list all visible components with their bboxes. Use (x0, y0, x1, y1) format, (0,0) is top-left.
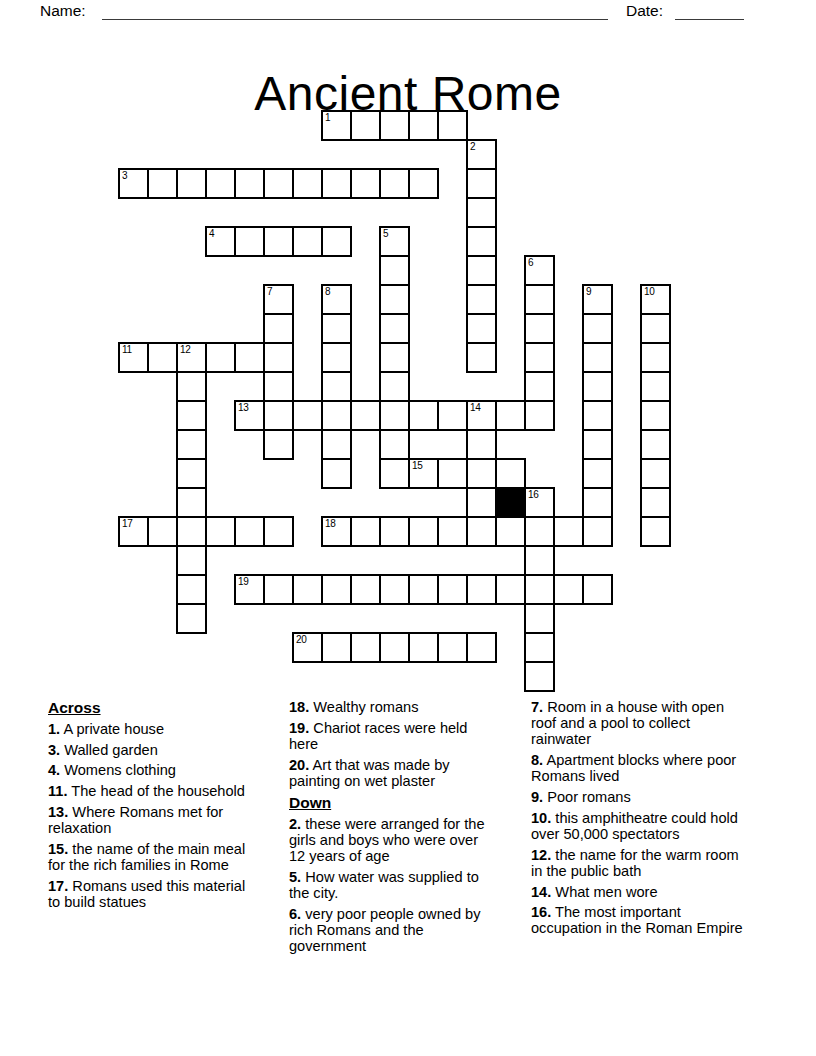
clue-down-2: 2. these were arranged for the girls and… (289, 816, 498, 865)
grid-cell-r16c12[interactable] (466, 574, 497, 605)
grid-cell-r2c6[interactable] (292, 168, 323, 199)
black-cell (495, 487, 526, 518)
grid-cell-r14c12[interactable] (466, 516, 497, 547)
date-label: Date: (626, 2, 663, 20)
clue-across-3: 3. Walled garden (48, 742, 259, 758)
grid-cell-r8c1[interactable] (147, 342, 178, 373)
grid-cell-r14c2[interactable] (176, 516, 207, 547)
grid-cell-r12c2[interactable] (176, 458, 207, 489)
grid-cell-r14c7[interactable]: 18 (321, 516, 352, 547)
cell-number-15: 15 (412, 460, 423, 471)
grid-cell-r8c14[interactable] (524, 342, 555, 373)
grid-cell-r10c10[interactable] (408, 400, 439, 431)
grid-cell-r18c11[interactable] (437, 632, 468, 663)
grid-cell-r12c18[interactable] (640, 458, 671, 489)
grid-cell-r10c9[interactable] (379, 400, 410, 431)
grid-cell-r16c11[interactable] (437, 574, 468, 605)
clue-down-12: 12. the name for the warm room in the pu… (531, 847, 749, 879)
grid-cell-r13c14[interactable]: 16 (524, 487, 555, 518)
clue-across-20: 20. Art that was made by painting on wet… (289, 757, 498, 789)
grid-cell-r14c5[interactable] (263, 516, 294, 547)
grid-cell-r16c9[interactable] (379, 574, 410, 605)
cell-number-18: 18 (325, 518, 336, 529)
grid-cell-r11c16[interactable] (582, 429, 613, 460)
crossword-worksheet: { "game": "crossword", "title": "Ancient… (0, 0, 816, 1056)
grid-cell-r2c2[interactable] (176, 168, 207, 199)
clue-number: 7. (531, 699, 543, 715)
grid-cell-r15c14[interactable] (524, 545, 555, 576)
clue-across-13: 13. Where Romans met for relaxation (48, 804, 259, 836)
clue-across-1: 1. A private house (48, 721, 259, 737)
grid-cell-r9c7[interactable] (321, 371, 352, 402)
grid-cell-r16c15[interactable] (553, 574, 584, 605)
grid-cell-r5c12[interactable] (466, 255, 497, 286)
grid-cell-r14c16[interactable] (582, 516, 613, 547)
clue-number: 4. (48, 762, 60, 778)
clue-across-15: 15. the name of the main meal for the ri… (48, 841, 259, 873)
grid-cell-r14c10[interactable] (408, 516, 439, 547)
grid-cell-r9c9[interactable] (379, 371, 410, 402)
grid-cell-r6c12[interactable] (466, 284, 497, 315)
grid-cell-r10c4[interactable]: 13 (234, 400, 265, 431)
clue-across-18: 18. Wealthy romans (289, 699, 498, 715)
cell-number-3: 3 (122, 170, 127, 181)
grid-cell-r6c18[interactable]: 10 (640, 284, 671, 315)
grid-cell-r12c10[interactable]: 15 (408, 458, 439, 489)
grid-cell-r19c14[interactable] (524, 661, 555, 692)
grid-cell-r10c16[interactable] (582, 400, 613, 431)
grid-cell-r2c0[interactable]: 3 (118, 168, 149, 199)
grid-cell-r14c1[interactable] (147, 516, 178, 547)
grid-cell-r2c4[interactable] (234, 168, 265, 199)
grid-cell-r14c14[interactable] (524, 516, 555, 547)
clue-number: 2. (289, 816, 301, 832)
grid-cell-r7c16[interactable] (582, 313, 613, 344)
name-label: Name: (40, 2, 86, 20)
grid-cell-r18c6[interactable]: 20 (292, 632, 323, 663)
grid-cell-r7c7[interactable] (321, 313, 352, 344)
grid-cell-r8c5[interactable] (263, 342, 294, 373)
grid-cell-r12c12[interactable] (466, 458, 497, 489)
cell-number-16: 16 (528, 489, 539, 500)
grid-cell-r18c7[interactable] (321, 632, 352, 663)
grid-cell-r5c14[interactable]: 6 (524, 255, 555, 286)
grid-cell-r0c7[interactable]: 1 (321, 110, 352, 141)
grid-cell-r7c9[interactable] (379, 313, 410, 344)
grid-cell-r2c7[interactable] (321, 168, 352, 199)
grid-cell-r10c8[interactable] (350, 400, 381, 431)
clue-number: 10. (531, 810, 551, 826)
grid-cell-r6c7[interactable]: 8 (321, 284, 352, 315)
grid-cell-r10c18[interactable] (640, 400, 671, 431)
clue-down-14: 14. What men wore (531, 884, 749, 900)
clue-number: 8. (531, 752, 543, 768)
grid-cell-r14c3[interactable] (205, 516, 236, 547)
grid-cell-r8c0[interactable]: 11 (118, 342, 149, 373)
grid-cell-r10c6[interactable] (292, 400, 323, 431)
grid-cell-r10c14[interactable] (524, 400, 555, 431)
grid-cell-r8c4[interactable] (234, 342, 265, 373)
grid-cell-r7c14[interactable] (524, 313, 555, 344)
cell-number-7: 7 (267, 286, 272, 297)
clue-number: 17. (48, 878, 68, 894)
clue-number: 14. (531, 884, 551, 900)
grid-cell-r16c5[interactable] (263, 574, 294, 605)
cell-number-2: 2 (470, 141, 475, 152)
grid-cell-r16c14[interactable] (524, 574, 555, 605)
grid-cell-r14c0[interactable]: 17 (118, 516, 149, 547)
grid-cell-r2c9[interactable] (379, 168, 410, 199)
cell-number-11: 11 (122, 344, 132, 355)
grid-cell-r12c7[interactable] (321, 458, 352, 489)
grid-cell-r9c14[interactable] (524, 371, 555, 402)
grid-cell-r4c7[interactable] (321, 226, 352, 257)
grid-cell-r16c10[interactable] (408, 574, 439, 605)
grid-cell-r0c9[interactable] (379, 110, 410, 141)
clue-column-across: Across1. A private house3. Walled garden… (48, 699, 259, 915)
clue-number: 6. (289, 906, 301, 922)
grid-cell-r16c4[interactable]: 19 (234, 574, 265, 605)
grid-cell-r8c9[interactable] (379, 342, 410, 373)
name-blank-line[interactable] (102, 2, 608, 20)
clue-number: 20. (289, 757, 309, 773)
grid-cell-r16c6[interactable] (292, 574, 323, 605)
crossword-grid: 1234567891011121314151617181920 (118, 110, 671, 692)
grid-cell-r5c9[interactable] (379, 255, 410, 286)
grid-cell-r12c9[interactable] (379, 458, 410, 489)
grid-cell-r8c7[interactable] (321, 342, 352, 373)
clue-down-5: 5. How water was supplied to the city. (289, 869, 498, 901)
clue-across-4: 4. Womens clothing (48, 762, 259, 778)
grid-cell-r14c13[interactable] (495, 516, 526, 547)
grid-cell-r2c12[interactable] (466, 168, 497, 199)
cell-number-13: 13 (238, 402, 249, 413)
clue-number: 18. (289, 699, 309, 715)
grid-cell-r10c12[interactable]: 14 (466, 400, 497, 431)
grid-cell-r15c2[interactable] (176, 545, 207, 576)
clue-number: 12. (531, 847, 551, 863)
grid-cell-r8c2[interactable]: 12 (176, 342, 207, 373)
grid-cell-r4c4[interactable] (234, 226, 265, 257)
cell-number-20: 20 (296, 634, 307, 645)
grid-cell-r18c9[interactable] (379, 632, 410, 663)
clue-number: 1. (48, 721, 60, 737)
down-header: Down (289, 794, 498, 811)
clue-down-16: 16. The most important occupation in the… (531, 904, 749, 936)
cell-number-12: 12 (180, 344, 191, 355)
cell-number-8: 8 (325, 286, 330, 297)
grid-cell-r11c5[interactable] (263, 429, 294, 460)
grid-cell-r8c16[interactable] (582, 342, 613, 373)
clue-across-17: 17. Romans used this material to build s… (48, 878, 259, 910)
date-blank-line[interactable] (675, 2, 744, 20)
clue-number: 3. (48, 742, 60, 758)
grid-cell-r12c16[interactable] (582, 458, 613, 489)
grid-cell-r12c13[interactable] (495, 458, 526, 489)
across-header: Across (48, 699, 259, 716)
grid-cell-r2c10[interactable] (408, 168, 439, 199)
grid-cell-r0c10[interactable] (408, 110, 439, 141)
grid-cell-r4c5[interactable] (263, 226, 294, 257)
grid-cell-r18c12[interactable] (466, 632, 497, 663)
grid-cell-r13c12[interactable] (466, 487, 497, 518)
grid-cell-r13c16[interactable] (582, 487, 613, 518)
grid-cell-r14c11[interactable] (437, 516, 468, 547)
grid-cell-r14c4[interactable] (234, 516, 265, 547)
grid-cell-r10c11[interactable] (437, 400, 468, 431)
grid-cell-r4c12[interactable] (466, 226, 497, 257)
grid-cell-r7c12[interactable] (466, 313, 497, 344)
cell-number-10: 10 (644, 286, 655, 297)
grid-cell-r0c11[interactable] (437, 110, 468, 141)
cell-number-19: 19 (238, 576, 249, 587)
grid-cell-r7c18[interactable] (640, 313, 671, 344)
grid-cell-r6c9[interactable] (379, 284, 410, 315)
grid-cell-r11c12[interactable] (466, 429, 497, 460)
grid-cell-r9c2[interactable] (176, 371, 207, 402)
grid-cell-r11c7[interactable] (321, 429, 352, 460)
cell-number-9: 9 (586, 286, 591, 297)
grid-cell-r2c1[interactable] (147, 168, 178, 199)
cell-number-14: 14 (470, 402, 481, 413)
clue-number: 9. (531, 789, 543, 805)
cell-number-6: 6 (528, 257, 533, 268)
grid-cell-r6c14[interactable] (524, 284, 555, 315)
grid-cell-r2c5[interactable] (263, 168, 294, 199)
cell-number-1: 1 (325, 112, 330, 123)
grid-cell-r4c6[interactable] (292, 226, 323, 257)
grid-cell-r8c18[interactable] (640, 342, 671, 373)
grid-cell-r18c8[interactable] (350, 632, 381, 663)
grid-cell-r4c3[interactable]: 4 (205, 226, 236, 257)
clue-number: 13. (48, 804, 68, 820)
grid-cell-r14c9[interactable] (379, 516, 410, 547)
clue-number: 16. (531, 904, 551, 920)
grid-cell-r8c12[interactable] (466, 342, 497, 373)
grid-cell-r4c9[interactable]: 5 (379, 226, 410, 257)
clue-down-6: 6. very poor people owned by rich Romans… (289, 906, 498, 955)
grid-cell-r16c2[interactable] (176, 574, 207, 605)
grid-cell-r18c10[interactable] (408, 632, 439, 663)
clue-down-7: 7. Room in a house with open roof and a … (531, 699, 749, 748)
clue-across-19: 19. Chariot races were held here (289, 720, 498, 752)
grid-cell-r7c5[interactable] (263, 313, 294, 344)
grid-cell-r16c7[interactable] (321, 574, 352, 605)
grid-cell-r11c9[interactable] (379, 429, 410, 460)
cell-number-17: 17 (122, 518, 133, 529)
grid-cell-r3c12[interactable] (466, 197, 497, 228)
clue-down-9: 9. Poor romans (531, 789, 749, 805)
grid-cell-r9c5[interactable] (263, 371, 294, 402)
grid-cell-r14c18[interactable] (640, 516, 671, 547)
grid-cell-r10c5[interactable] (263, 400, 294, 431)
clue-number: 19. (289, 720, 309, 736)
clue-down-8: 8. Apartment blocks where poor Romans li… (531, 752, 749, 784)
grid-cell-r2c8[interactable] (350, 168, 381, 199)
grid-cell-r8c3[interactable] (205, 342, 236, 373)
grid-cell-r0c8[interactable] (350, 110, 381, 141)
grid-cell-r1c12[interactable]: 2 (466, 139, 497, 170)
grid-cell-r16c13[interactable] (495, 574, 526, 605)
clue-number: 11. (48, 783, 67, 799)
clue-across-11: 11. The head of the household (48, 783, 259, 799)
clue-column-down: 7. Room in a house with open roof and a … (531, 699, 749, 941)
grid-cell-r17c2[interactable] (176, 603, 207, 634)
clue-down-10: 10. this amphitheatre could hold over 50… (531, 810, 749, 842)
clue-number: 5. (289, 869, 301, 885)
grid-cell-r14c15[interactable] (553, 516, 584, 547)
grid-cell-r16c8[interactable] (350, 574, 381, 605)
grid-cell-r10c2[interactable] (176, 400, 207, 431)
grid-cell-r6c5[interactable]: 7 (263, 284, 294, 315)
grid-cell-r14c8[interactable] (350, 516, 381, 547)
grid-cell-r10c13[interactable] (495, 400, 526, 431)
grid-cell-r13c2[interactable] (176, 487, 207, 518)
grid-cell-r12c11[interactable] (437, 458, 468, 489)
clue-number: 15. (48, 841, 68, 857)
cell-number-4: 4 (209, 228, 214, 239)
grid-cell-r16c16[interactable] (582, 574, 613, 605)
grid-cell-r10c7[interactable] (321, 400, 352, 431)
grid-cell-r17c14[interactable] (524, 603, 555, 634)
grid-cell-r6c16[interactable]: 9 (582, 284, 613, 315)
clue-column-middle: 18. Wealthy romans19. Chariot races were… (289, 699, 498, 959)
grid-cell-r9c18[interactable] (640, 371, 671, 402)
grid-cell-r13c18[interactable] (640, 487, 671, 518)
grid-cell-r11c18[interactable] (640, 429, 671, 460)
grid-cell-r11c2[interactable] (176, 429, 207, 460)
grid-cell-r9c16[interactable] (582, 371, 613, 402)
grid-cell-r2c3[interactable] (205, 168, 236, 199)
grid-cell-r18c14[interactable] (524, 632, 555, 663)
cell-number-5: 5 (383, 228, 388, 239)
